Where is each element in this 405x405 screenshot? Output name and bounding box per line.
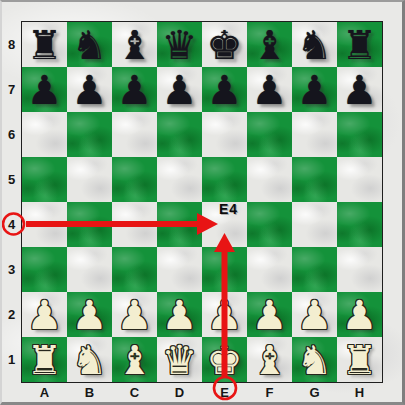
square-d4[interactable] <box>157 202 202 247</box>
piece-white-pawn: ♟ <box>157 292 202 337</box>
file-label-d: D <box>157 383 202 402</box>
piece-white-rook: ♜ <box>337 337 382 382</box>
square-g3[interactable] <box>292 247 337 292</box>
square-f5[interactable] <box>247 157 292 202</box>
piece-white-pawn: ♟ <box>292 292 337 337</box>
piece-black-pawn: ♟ <box>67 67 112 112</box>
square-c2[interactable]: ♟ <box>112 292 157 337</box>
file-label-e: E <box>202 383 247 402</box>
square-h2[interactable]: ♟ <box>337 292 382 337</box>
square-h5[interactable] <box>337 157 382 202</box>
square-b7[interactable]: ♟ <box>67 67 112 112</box>
square-g2[interactable]: ♟ <box>292 292 337 337</box>
piece-black-pawn: ♟ <box>292 67 337 112</box>
piece-black-bishop: ♝ <box>112 22 157 67</box>
square-a7[interactable]: ♟ <box>22 67 67 112</box>
piece-white-pawn: ♟ <box>112 292 157 337</box>
rank-label-1: 1 <box>2 337 21 382</box>
square-a1[interactable]: ♜ <box>22 337 67 382</box>
square-b1[interactable]: ♞ <box>67 337 112 382</box>
square-d7[interactable]: ♟ <box>157 67 202 112</box>
square-b3[interactable] <box>67 247 112 292</box>
square-c8[interactable]: ♝ <box>112 22 157 67</box>
square-c6[interactable] <box>112 112 157 157</box>
square-h1[interactable]: ♜ <box>337 337 382 382</box>
square-a8[interactable]: ♜ <box>22 22 67 67</box>
square-a6[interactable] <box>22 112 67 157</box>
square-g4[interactable] <box>292 202 337 247</box>
square-h8[interactable]: ♜ <box>337 22 382 67</box>
square-e1[interactable]: ♚ <box>202 337 247 382</box>
chess-notation-diagram: 87654321 ♜♞♝♛♚♝♞♜♟♟♟♟♟♟♟♟♟♟♟♟♟♟♟♟♜♞♝♛♚♝♞… <box>0 0 405 405</box>
e4-square-label: E4 <box>219 201 238 217</box>
square-h3[interactable] <box>337 247 382 292</box>
square-b6[interactable] <box>67 112 112 157</box>
rank-label-2: 2 <box>2 292 21 337</box>
piece-white-pawn: ♟ <box>67 292 112 337</box>
square-d6[interactable] <box>157 112 202 157</box>
rank-label-6: 6 <box>2 112 21 157</box>
square-e8[interactable]: ♚ <box>202 22 247 67</box>
rank-labels: 87654321 <box>2 22 21 382</box>
piece-white-pawn: ♟ <box>22 292 67 337</box>
piece-white-king: ♚ <box>202 337 247 382</box>
square-a2[interactable]: ♟ <box>22 292 67 337</box>
file-label-g: G <box>292 383 337 402</box>
square-f8[interactable]: ♝ <box>247 22 292 67</box>
piece-white-knight: ♞ <box>67 337 112 382</box>
square-e6[interactable] <box>202 112 247 157</box>
square-a5[interactable] <box>22 157 67 202</box>
square-a4[interactable] <box>22 202 67 247</box>
piece-black-rook: ♜ <box>337 22 382 67</box>
square-e7[interactable]: ♟ <box>202 67 247 112</box>
board-grid: ♜♞♝♛♚♝♞♜♟♟♟♟♟♟♟♟♟♟♟♟♟♟♟♟♜♞♝♛♚♝♞♜ <box>22 22 382 382</box>
square-f2[interactable]: ♟ <box>247 292 292 337</box>
file-label-f: F <box>247 383 292 402</box>
square-f7[interactable]: ♟ <box>247 67 292 112</box>
rank-label-5: 5 <box>2 157 21 202</box>
piece-black-pawn: ♟ <box>112 67 157 112</box>
rank-label-7: 7 <box>2 67 21 112</box>
square-c7[interactable]: ♟ <box>112 67 157 112</box>
rank-label-3: 3 <box>2 247 21 292</box>
square-d2[interactable]: ♟ <box>157 292 202 337</box>
square-b4[interactable] <box>67 202 112 247</box>
piece-white-pawn: ♟ <box>247 292 292 337</box>
square-a3[interactable] <box>22 247 67 292</box>
piece-black-queen: ♛ <box>157 22 202 67</box>
rank-label-8: 8 <box>2 22 21 67</box>
piece-black-knight: ♞ <box>67 22 112 67</box>
piece-black-bishop: ♝ <box>247 22 292 67</box>
piece-black-rook: ♜ <box>22 22 67 67</box>
file-label-h: H <box>337 383 382 402</box>
chess-board: ♜♞♝♛♚♝♞♜♟♟♟♟♟♟♟♟♟♟♟♟♟♟♟♟♜♞♝♛♚♝♞♜ <box>21 21 383 383</box>
square-d1[interactable]: ♛ <box>157 337 202 382</box>
file-label-a: A <box>22 383 67 402</box>
square-g7[interactable]: ♟ <box>292 67 337 112</box>
square-h4[interactable] <box>337 202 382 247</box>
square-b8[interactable]: ♞ <box>67 22 112 67</box>
piece-black-pawn: ♟ <box>247 67 292 112</box>
file-label-c: C <box>112 383 157 402</box>
square-f6[interactable] <box>247 112 292 157</box>
piece-white-pawn: ♟ <box>202 292 247 337</box>
square-e2[interactable]: ♟ <box>202 292 247 337</box>
square-g8[interactable]: ♞ <box>292 22 337 67</box>
file-label-b: B <box>67 383 112 402</box>
square-g6[interactable] <box>292 112 337 157</box>
file-labels: ABCDEFGH <box>22 383 382 402</box>
square-g5[interactable] <box>292 157 337 202</box>
square-c3[interactable] <box>112 247 157 292</box>
piece-black-pawn: ♟ <box>157 67 202 112</box>
piece-white-knight: ♞ <box>292 337 337 382</box>
piece-white-pawn: ♟ <box>337 292 382 337</box>
piece-black-pawn: ♟ <box>22 67 67 112</box>
square-b2[interactable]: ♟ <box>67 292 112 337</box>
square-f4[interactable] <box>247 202 292 247</box>
rank-label-4: 4 <box>2 202 21 247</box>
piece-white-queen: ♛ <box>157 337 202 382</box>
square-d3[interactable] <box>157 247 202 292</box>
square-c1[interactable]: ♝ <box>112 337 157 382</box>
square-f3[interactable] <box>247 247 292 292</box>
square-c5[interactable] <box>112 157 157 202</box>
square-h7[interactable]: ♟ <box>337 67 382 112</box>
piece-black-pawn: ♟ <box>337 67 382 112</box>
piece-black-pawn: ♟ <box>202 67 247 112</box>
square-d5[interactable] <box>157 157 202 202</box>
piece-white-bishop: ♝ <box>112 337 157 382</box>
square-c4[interactable] <box>112 202 157 247</box>
square-f1[interactable]: ♝ <box>247 337 292 382</box>
piece-black-knight: ♞ <box>292 22 337 67</box>
square-d8[interactable]: ♛ <box>157 22 202 67</box>
piece-white-rook: ♜ <box>22 337 67 382</box>
piece-black-king: ♚ <box>202 22 247 67</box>
square-b5[interactable] <box>67 157 112 202</box>
piece-white-bishop: ♝ <box>247 337 292 382</box>
square-h6[interactable] <box>337 112 382 157</box>
square-g1[interactable]: ♞ <box>292 337 337 382</box>
square-e3[interactable] <box>202 247 247 292</box>
square-e5[interactable] <box>202 157 247 202</box>
